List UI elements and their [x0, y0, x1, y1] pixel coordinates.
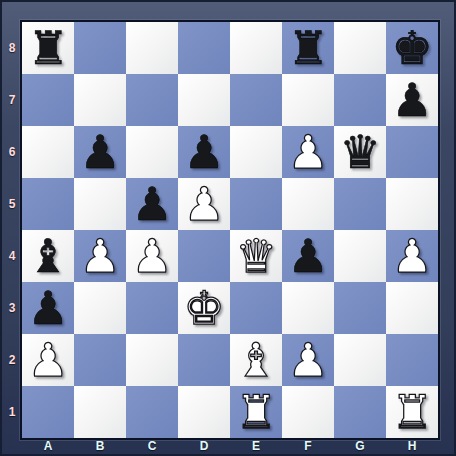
piece-white-pawn[interactable]: ♟ [282, 334, 334, 386]
square-g5[interactable] [334, 178, 386, 230]
piece-black-pawn[interactable]: ♟ [386, 74, 438, 126]
square-d7[interactable] [178, 74, 230, 126]
rank-label-4: 4 [2, 230, 22, 282]
rank-label-6: 6 [2, 126, 22, 178]
square-a8[interactable]: ♜ [22, 22, 74, 74]
square-b4[interactable]: ♟ [74, 230, 126, 282]
square-f1[interactable] [282, 386, 334, 438]
square-b6[interactable]: ♟ [74, 126, 126, 178]
square-h5[interactable] [386, 178, 438, 230]
square-f5[interactable] [282, 178, 334, 230]
piece-black-pawn[interactable]: ♟ [282, 230, 334, 282]
square-f7[interactable] [282, 74, 334, 126]
square-a1[interactable] [22, 386, 74, 438]
file-labels-row: ABCDEFGH [22, 436, 438, 456]
file-label-e: E [230, 436, 282, 456]
chess-board-frame: ♜♜♚♟♟♟♟♛♟♟♝♟♟♛♟♟♟♚♟♝♟♜♜ 87654321 ABCDEFG… [0, 0, 456, 456]
square-d8[interactable] [178, 22, 230, 74]
square-b3[interactable] [74, 282, 126, 334]
square-e3[interactable] [230, 282, 282, 334]
file-label-d: D [178, 436, 230, 456]
square-c6[interactable] [126, 126, 178, 178]
square-f3[interactable] [282, 282, 334, 334]
piece-white-rook[interactable]: ♜ [386, 386, 438, 438]
square-e2[interactable]: ♝ [230, 334, 282, 386]
piece-black-bishop[interactable]: ♝ [22, 230, 74, 282]
square-e7[interactable] [230, 74, 282, 126]
piece-black-rook[interactable]: ♜ [282, 22, 334, 74]
square-a3[interactable]: ♟ [22, 282, 74, 334]
square-c4[interactable]: ♟ [126, 230, 178, 282]
piece-white-pawn[interactable]: ♟ [126, 230, 178, 282]
rank-label-8: 8 [2, 22, 22, 74]
piece-black-king[interactable]: ♚ [386, 22, 438, 74]
piece-black-pawn[interactable]: ♟ [22, 282, 74, 334]
piece-black-rook[interactable]: ♜ [22, 22, 74, 74]
file-label-a: A [22, 436, 74, 456]
chess-board: ♜♜♚♟♟♟♟♛♟♟♝♟♟♛♟♟♟♚♟♝♟♜♜ [22, 22, 438, 438]
square-c5[interactable]: ♟ [126, 178, 178, 230]
square-c7[interactable] [126, 74, 178, 126]
square-e1[interactable]: ♜ [230, 386, 282, 438]
square-d1[interactable] [178, 386, 230, 438]
piece-white-queen[interactable]: ♛ [230, 230, 282, 282]
square-b1[interactable] [74, 386, 126, 438]
square-g7[interactable] [334, 74, 386, 126]
square-c3[interactable] [126, 282, 178, 334]
square-c2[interactable] [126, 334, 178, 386]
square-a6[interactable] [22, 126, 74, 178]
square-g4[interactable] [334, 230, 386, 282]
square-d6[interactable]: ♟ [178, 126, 230, 178]
rank-label-5: 5 [2, 178, 22, 230]
square-g6[interactable]: ♛ [334, 126, 386, 178]
square-b8[interactable] [74, 22, 126, 74]
square-h8[interactable]: ♚ [386, 22, 438, 74]
square-a4[interactable]: ♝ [22, 230, 74, 282]
square-d5[interactable]: ♟ [178, 178, 230, 230]
square-c8[interactable] [126, 22, 178, 74]
piece-black-pawn[interactable]: ♟ [178, 126, 230, 178]
piece-white-bishop[interactable]: ♝ [230, 334, 282, 386]
square-a2[interactable]: ♟ [22, 334, 74, 386]
square-e6[interactable] [230, 126, 282, 178]
square-f8[interactable]: ♜ [282, 22, 334, 74]
square-c1[interactable] [126, 386, 178, 438]
piece-white-pawn[interactable]: ♟ [386, 230, 438, 282]
square-b2[interactable] [74, 334, 126, 386]
square-a7[interactable] [22, 74, 74, 126]
square-g1[interactable] [334, 386, 386, 438]
rank-label-7: 7 [2, 74, 22, 126]
piece-black-pawn[interactable]: ♟ [74, 126, 126, 178]
square-f6[interactable]: ♟ [282, 126, 334, 178]
rank-label-2: 2 [2, 334, 22, 386]
piece-white-pawn[interactable]: ♟ [282, 126, 334, 178]
file-label-f: F [282, 436, 334, 456]
rank-label-3: 3 [2, 282, 22, 334]
square-e5[interactable] [230, 178, 282, 230]
square-g8[interactable] [334, 22, 386, 74]
square-d3[interactable]: ♚ [178, 282, 230, 334]
square-f4[interactable]: ♟ [282, 230, 334, 282]
file-label-b: B [74, 436, 126, 456]
square-b5[interactable] [74, 178, 126, 230]
square-h1[interactable]: ♜ [386, 386, 438, 438]
square-h4[interactable]: ♟ [386, 230, 438, 282]
square-b7[interactable] [74, 74, 126, 126]
file-label-g: G [334, 436, 386, 456]
square-e4[interactable]: ♛ [230, 230, 282, 282]
square-h6[interactable] [386, 126, 438, 178]
file-label-h: H [386, 436, 438, 456]
rank-label-1: 1 [2, 386, 22, 438]
square-h2[interactable] [386, 334, 438, 386]
piece-white-pawn[interactable]: ♟ [22, 334, 74, 386]
square-h7[interactable]: ♟ [386, 74, 438, 126]
rank-labels-column: 87654321 [2, 22, 22, 438]
square-e8[interactable] [230, 22, 282, 74]
piece-white-pawn[interactable]: ♟ [74, 230, 126, 282]
square-d2[interactable] [178, 334, 230, 386]
square-g3[interactable] [334, 282, 386, 334]
piece-black-queen[interactable]: ♛ [334, 126, 386, 178]
piece-white-rook[interactable]: ♜ [230, 386, 282, 438]
file-label-c: C [126, 436, 178, 456]
piece-white-pawn[interactable]: ♟ [178, 178, 230, 230]
piece-black-pawn[interactable]: ♟ [126, 178, 178, 230]
square-a5[interactable] [22, 178, 74, 230]
square-h3[interactable] [386, 282, 438, 334]
square-d4[interactable] [178, 230, 230, 282]
square-f2[interactable]: ♟ [282, 334, 334, 386]
square-g2[interactable] [334, 334, 386, 386]
piece-white-king[interactable]: ♚ [178, 282, 230, 334]
